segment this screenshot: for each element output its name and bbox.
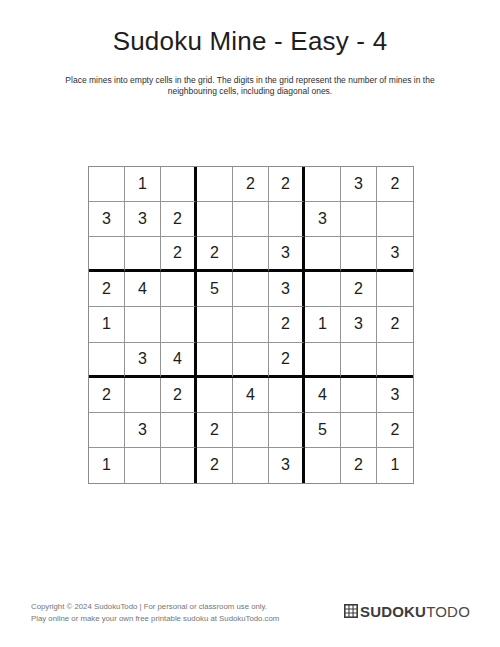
grid-cell[interactable] bbox=[341, 378, 377, 413]
grid-cell[interactable] bbox=[197, 343, 233, 378]
grid-cell[interactable]: 2 bbox=[233, 167, 269, 202]
grid-cell[interactable] bbox=[197, 378, 233, 413]
grid-cell[interactable]: 2 bbox=[269, 307, 305, 342]
grid-cell[interactable]: 2 bbox=[377, 167, 413, 202]
grid-cell[interactable]: 1 bbox=[125, 167, 161, 202]
grid-cell[interactable]: 1 bbox=[305, 307, 341, 342]
grid-cell[interactable]: 2 bbox=[341, 272, 377, 307]
grid-cell[interactable]: 5 bbox=[305, 413, 341, 448]
grid-cell[interactable]: 3 bbox=[269, 272, 305, 307]
grid-cell[interactable]: 2 bbox=[197, 448, 233, 483]
grid-cell[interactable] bbox=[161, 413, 197, 448]
grid-cell[interactable]: 3 bbox=[125, 202, 161, 237]
sudoku-grid-icon bbox=[344, 604, 358, 618]
grid-cell[interactable] bbox=[341, 343, 377, 378]
grid-cell[interactable] bbox=[233, 448, 269, 483]
grid-cell[interactable]: 2 bbox=[161, 202, 197, 237]
grid-cell[interactable] bbox=[233, 202, 269, 237]
grid-cell[interactable]: 3 bbox=[341, 307, 377, 342]
grid-cell[interactable] bbox=[161, 167, 197, 202]
grid-cell[interactable] bbox=[197, 167, 233, 202]
grid-cell[interactable] bbox=[125, 448, 161, 483]
grid-cell[interactable] bbox=[125, 237, 161, 272]
grid-cell[interactable] bbox=[125, 307, 161, 342]
grid-cell[interactable] bbox=[305, 272, 341, 307]
grid-cell[interactable] bbox=[377, 343, 413, 378]
grid-cell[interactable]: 3 bbox=[125, 343, 161, 378]
grid-cell[interactable]: 3 bbox=[269, 448, 305, 483]
page-title: Sudoku Mine - Easy - 4 bbox=[0, 26, 500, 57]
grid-cell[interactable] bbox=[125, 378, 161, 413]
footer-text: Copyright © 2024 SudokuTodo | For person… bbox=[31, 601, 279, 624]
grid-cell[interactable]: 3 bbox=[377, 378, 413, 413]
grid-cell[interactable]: 2 bbox=[377, 413, 413, 448]
grid-cell[interactable] bbox=[305, 167, 341, 202]
grid-cell[interactable] bbox=[233, 413, 269, 448]
instructions: Place mines into empty cells in the grid… bbox=[54, 75, 446, 96]
grid-cell[interactable]: 3 bbox=[125, 413, 161, 448]
grid-cell[interactable] bbox=[89, 343, 125, 378]
grid-cell[interactable]: 2 bbox=[161, 378, 197, 413]
grid-cell[interactable] bbox=[197, 202, 233, 237]
grid-cell[interactable]: 3 bbox=[341, 167, 377, 202]
sudoku-grid: 1223233232233245321213234222443325212321 bbox=[88, 166, 414, 484]
grid-cell[interactable] bbox=[269, 413, 305, 448]
grid-cell[interactable] bbox=[377, 202, 413, 237]
grid-cell[interactable]: 2 bbox=[341, 448, 377, 483]
grid-cell[interactable] bbox=[197, 307, 233, 342]
grid-cell[interactable]: 2 bbox=[89, 272, 125, 307]
logo-text-bold: SUDOKU bbox=[360, 603, 426, 620]
grid-cell[interactable] bbox=[341, 202, 377, 237]
grid-cell[interactable] bbox=[341, 237, 377, 272]
grid-cell[interactable] bbox=[269, 202, 305, 237]
grid-cell[interactable] bbox=[269, 378, 305, 413]
grid-cell[interactable] bbox=[89, 237, 125, 272]
grid-cell[interactable]: 2 bbox=[197, 413, 233, 448]
grid-cell[interactable] bbox=[233, 343, 269, 378]
grid-cell[interactable]: 2 bbox=[89, 378, 125, 413]
grid-cell[interactable] bbox=[377, 272, 413, 307]
grid-cell[interactable]: 1 bbox=[89, 307, 125, 342]
grid-cell[interactable] bbox=[89, 167, 125, 202]
grid-cell[interactable]: 5 bbox=[197, 272, 233, 307]
grid-cell[interactable] bbox=[341, 413, 377, 448]
grid-cell[interactable]: 2 bbox=[161, 237, 197, 272]
grid-cell[interactable] bbox=[305, 237, 341, 272]
logo-text-light: TODO bbox=[426, 603, 470, 620]
copyright-line: Copyright © 2024 SudokuTodo | For person… bbox=[31, 601, 279, 613]
grid-cell[interactable]: 3 bbox=[269, 237, 305, 272]
grid-cell[interactable]: 4 bbox=[305, 378, 341, 413]
grid-cell[interactable]: 4 bbox=[125, 272, 161, 307]
grid-cell[interactable] bbox=[89, 413, 125, 448]
grid-cell[interactable]: 4 bbox=[161, 343, 197, 378]
grid-cell[interactable]: 1 bbox=[89, 448, 125, 483]
grid-cell[interactable]: 3 bbox=[89, 202, 125, 237]
grid-cell[interactable]: 4 bbox=[233, 378, 269, 413]
grid-cell[interactable] bbox=[233, 307, 269, 342]
grid-cell[interactable]: 3 bbox=[305, 202, 341, 237]
grid-cell[interactable] bbox=[233, 237, 269, 272]
grid-cell[interactable] bbox=[305, 343, 341, 378]
grid-cell[interactable]: 3 bbox=[377, 237, 413, 272]
grid-cell[interactable] bbox=[305, 448, 341, 483]
grid-cell[interactable] bbox=[161, 448, 197, 483]
play-online-line: Play online or make your own free printa… bbox=[31, 613, 279, 625]
grid-cell[interactable]: 2 bbox=[269, 343, 305, 378]
grid-cell[interactable]: 1 bbox=[377, 448, 413, 483]
grid-cell[interactable]: 2 bbox=[269, 167, 305, 202]
grid-cell[interactable]: 2 bbox=[377, 307, 413, 342]
grid-cell[interactable] bbox=[161, 272, 197, 307]
grid-cell[interactable] bbox=[161, 307, 197, 342]
sudokutodo-logo: SUDOKUTODO bbox=[344, 602, 470, 620]
grid-cell[interactable] bbox=[233, 272, 269, 307]
grid-cell[interactable]: 2 bbox=[197, 237, 233, 272]
